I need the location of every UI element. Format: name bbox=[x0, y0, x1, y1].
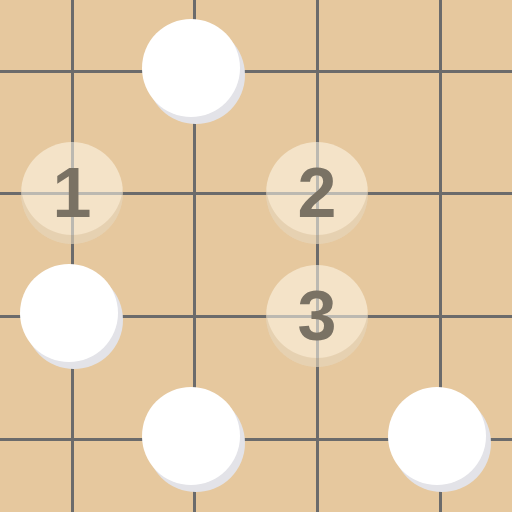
move-marker-1[interactable]: 1 bbox=[21, 142, 123, 244]
white-stone-0 bbox=[142, 19, 240, 117]
move-marker-number: 3 bbox=[298, 281, 337, 351]
white-stone-3 bbox=[388, 387, 486, 485]
go-board[interactable]: 123 bbox=[0, 0, 512, 512]
grid-line-vertical-2 bbox=[316, 0, 319, 512]
move-marker-number: 2 bbox=[298, 158, 337, 228]
white-stone-2 bbox=[142, 387, 240, 485]
white-stone-1 bbox=[20, 264, 118, 362]
grid-line-vertical-0 bbox=[71, 0, 74, 512]
move-marker-3[interactable]: 3 bbox=[266, 265, 368, 367]
move-marker-number: 1 bbox=[53, 158, 92, 228]
grid-line-horizontal-0 bbox=[0, 70, 512, 73]
move-marker-2[interactable]: 2 bbox=[266, 142, 368, 244]
